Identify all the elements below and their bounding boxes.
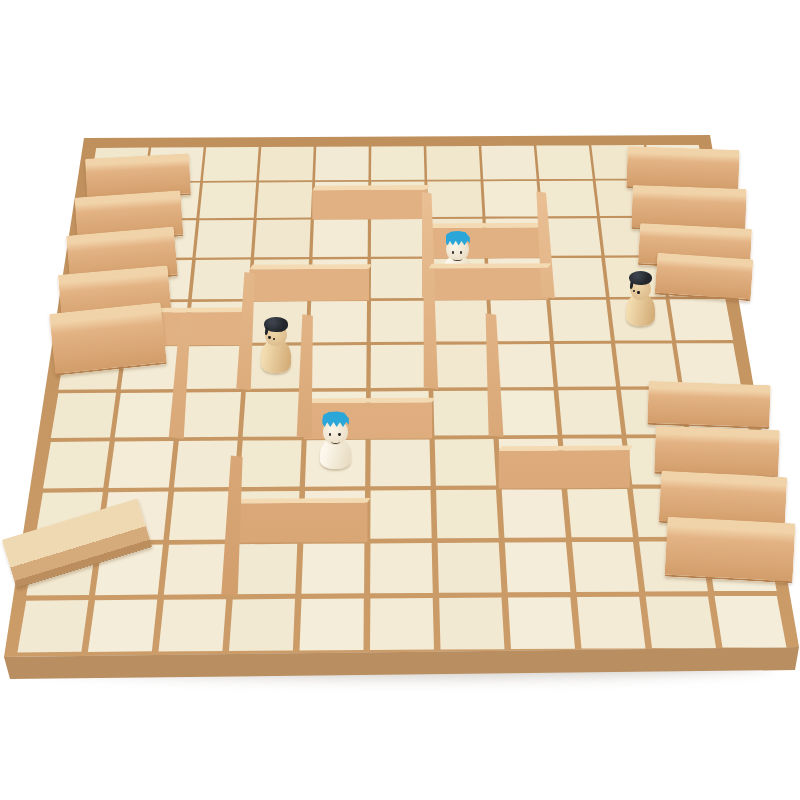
pawn-moustache xyxy=(453,256,461,262)
product-photo-scene xyxy=(0,0,800,800)
reserve-wall-right-bottom-2[interactable] xyxy=(654,426,780,478)
quoridor-board xyxy=(0,0,800,800)
pawn-eye xyxy=(637,291,639,294)
pawn-blue-2[interactable] xyxy=(318,411,353,469)
reserve-wall-right-bottom-4[interactable] xyxy=(665,517,796,584)
reserve-wall-right-top-4[interactable] xyxy=(655,253,754,302)
reserve-wall-left-5[interactable] xyxy=(49,302,167,375)
pawn-eye xyxy=(268,336,270,339)
pawn-black-1[interactable] xyxy=(624,271,657,326)
reserve-wall-right-bottom-1[interactable] xyxy=(647,381,770,429)
pawn-black-2[interactable] xyxy=(259,317,292,373)
pawn-eye xyxy=(452,251,454,254)
